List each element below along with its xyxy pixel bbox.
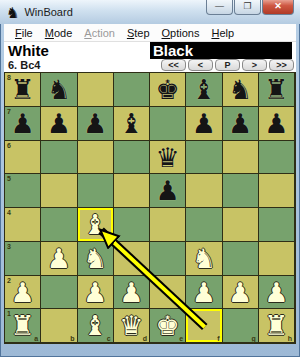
square-f6[interactable] — [186, 141, 222, 175]
file-label-h: h — [288, 335, 292, 342]
square-c6[interactable] — [78, 141, 114, 175]
square-a3[interactable]: 3 — [5, 242, 41, 276]
square-h7[interactable]: ♟ — [259, 107, 295, 141]
square-a8[interactable]: 8♜ — [5, 73, 41, 107]
square-a7[interactable]: 7♟ — [5, 107, 41, 141]
white-pawn-h2[interactable]: ♟ — [259, 276, 294, 309]
file-label-d: d — [143, 335, 147, 342]
square-h5[interactable] — [259, 174, 295, 208]
square-c5[interactable] — [78, 174, 114, 208]
square-f8[interactable]: ♝ — [186, 73, 222, 107]
square-b4[interactable] — [41, 208, 77, 242]
square-g3[interactable] — [223, 242, 259, 276]
square-d2[interactable]: ♟ — [114, 276, 150, 310]
square-d6[interactable] — [114, 141, 150, 175]
menu-item-options[interactable]: Options — [156, 25, 206, 41]
file-label-c: c — [107, 335, 111, 342]
square-f2[interactable]: ♟ — [186, 276, 222, 310]
rank-label-1: 1 — [7, 310, 11, 317]
white-pawn-c2[interactable]: ♟ — [78, 276, 113, 309]
square-e2[interactable] — [150, 276, 186, 310]
board-area: 8♜♞♚♝♞♜7♟♟♟♝♟♟♟6♛5♟4♝3♟♞♞2♟♟♟♟♟♟1a♜bc♝d♛… — [4, 72, 296, 344]
square-c2[interactable]: ♟ — [78, 276, 114, 310]
rank-label-5: 5 — [7, 175, 11, 182]
square-b3[interactable]: ♟ — [41, 242, 77, 276]
square-c4[interactable]: ♝ — [78, 208, 114, 242]
square-a2[interactable]: 2♟ — [5, 276, 41, 310]
white-pawn-d2[interactable]: ♟ — [114, 276, 149, 309]
file-label-f: f — [217, 335, 219, 342]
square-c3[interactable]: ♞ — [78, 242, 114, 276]
white-pawn-g2[interactable]: ♟ — [223, 276, 258, 309]
square-h8[interactable]: ♜ — [259, 73, 295, 107]
square-b6[interactable] — [41, 141, 77, 175]
chess-board: 8♜♞♚♝♞♜7♟♟♟♝♟♟♟6♛5♟4♝3♟♞♞2♟♟♟♟♟♟1a♜bc♝d♛… — [4, 72, 296, 344]
white-pawn-f2[interactable]: ♟ — [186, 276, 221, 309]
menu-item-file[interactable]: File — [9, 25, 39, 41]
knight-icon: ♞ — [6, 5, 19, 20]
square-d4[interactable] — [114, 208, 150, 242]
square-g2[interactable]: ♟ — [223, 276, 259, 310]
rank-label-7: 7 — [7, 108, 11, 115]
menu-item-help[interactable]: Help — [205, 25, 240, 41]
black-king-e8[interactable]: ♚ — [150, 73, 185, 106]
black-queen-e6[interactable]: ♛ — [150, 141, 185, 174]
square-b7[interactable]: ♟ — [41, 107, 77, 141]
square-h1[interactable]: h♜ — [259, 309, 295, 343]
square-f3[interactable]: ♞ — [186, 242, 222, 276]
move-message: 6. Bc4 — [8, 59, 40, 71]
square-f5[interactable] — [186, 174, 222, 208]
window-controls: — ❐ ✕ — [205, 0, 294, 15]
square-g1[interactable]: g — [223, 309, 259, 343]
nav-button-back[interactable]: < — [188, 59, 213, 71]
rank-label-4: 4 — [7, 209, 11, 216]
white-knight-f3[interactable]: ♞ — [186, 242, 221, 275]
square-f7[interactable]: ♟ — [186, 107, 222, 141]
square-d1[interactable]: d♛ — [114, 309, 150, 343]
nav-buttons: <<<P>>> — [161, 59, 294, 71]
square-d5[interactable] — [114, 174, 150, 208]
black-knight-b8[interactable]: ♞ — [41, 73, 76, 106]
black-bishop-f8[interactable]: ♝ — [186, 73, 221, 106]
white-pawn-b3[interactable]: ♟ — [41, 242, 76, 275]
white-knight-c3[interactable]: ♞ — [78, 242, 113, 275]
black-rook-h8[interactable]: ♜ — [259, 73, 294, 106]
menu-item-action: Action — [78, 25, 121, 41]
nav-button-fwd-all[interactable]: >> — [269, 59, 294, 71]
square-a4[interactable]: 4 — [5, 208, 41, 242]
square-a1[interactable]: 1a♜ — [5, 309, 41, 343]
square-e6[interactable]: ♛ — [150, 141, 186, 175]
square-e1[interactable]: e♚ — [150, 309, 186, 343]
square-b2[interactable] — [41, 276, 77, 310]
white-clock-label: White — [8, 42, 49, 59]
square-h3[interactable] — [259, 242, 295, 276]
rank-label-8: 8 — [7, 74, 11, 81]
square-f4[interactable] — [186, 208, 222, 242]
rank-label-6: 6 — [7, 142, 11, 149]
square-e7[interactable] — [150, 107, 186, 141]
black-bishop-d7[interactable]: ♝ — [114, 107, 149, 140]
black-pawn-c7[interactable]: ♟ — [78, 107, 113, 140]
file-label-b: b — [70, 335, 74, 342]
nav-button-pause[interactable]: P — [215, 59, 240, 71]
square-f1[interactable]: f — [186, 309, 222, 343]
square-a6[interactable]: 6 — [5, 141, 41, 175]
square-h2[interactable]: ♟ — [259, 276, 295, 310]
square-c7[interactable]: ♟ — [78, 107, 114, 141]
menu-item-step[interactable]: Step — [121, 25, 156, 41]
clock-row: White Black — [4, 42, 296, 59]
rank-label-2: 2 — [7, 277, 11, 284]
black-pawn-f7[interactable]: ♟ — [186, 107, 221, 140]
square-b1[interactable]: b — [41, 309, 77, 343]
file-label-e: e — [179, 335, 183, 342]
square-a5[interactable]: 5 — [5, 174, 41, 208]
minimize-button[interactable]: — — [206, 0, 233, 15]
menu-bar: FileModeActionStepOptionsHelp — [4, 24, 296, 42]
file-label-a: a — [34, 335, 38, 342]
window-title: WinBoard — [24, 6, 72, 18]
black-pawn-h7[interactable]: ♟ — [259, 107, 294, 140]
black-knight-g8[interactable]: ♞ — [223, 73, 258, 106]
square-e3[interactable] — [150, 242, 186, 276]
square-g4[interactable] — [223, 208, 259, 242]
square-d8[interactable] — [114, 73, 150, 107]
black-clock-label: Black — [150, 42, 292, 59]
square-g5[interactable] — [223, 174, 259, 208]
square-e4[interactable] — [150, 208, 186, 242]
menu-item-mode[interactable]: Mode — [39, 25, 79, 41]
square-g7[interactable]: ♟ — [223, 107, 259, 141]
square-b8[interactable]: ♞ — [41, 73, 77, 107]
square-g8[interactable]: ♞ — [223, 73, 259, 107]
square-d3[interactable] — [114, 242, 150, 276]
square-b5[interactable] — [41, 174, 77, 208]
square-h4[interactable] — [259, 208, 295, 242]
square-g6[interactable] — [223, 141, 259, 175]
nav-button-fwd[interactable]: > — [242, 59, 267, 71]
nav-button-back-all[interactable]: << — [161, 59, 186, 71]
white-bishop-c4[interactable]: ♝ — [78, 208, 113, 241]
square-c8[interactable] — [78, 73, 114, 107]
black-pawn-g7[interactable]: ♟ — [223, 107, 258, 140]
message-row: 6. Bc4 <<<P>>> — [4, 59, 296, 72]
black-pawn-b7[interactable]: ♟ — [41, 107, 76, 140]
winboard-window: ♞ WinBoard — ❐ ✕ FileModeActionStepOptio… — [0, 0, 300, 357]
content-panel: FileModeActionStepOptionsHelp White Blac… — [4, 24, 296, 344]
square-e8[interactable]: ♚ — [150, 73, 186, 107]
rank-label-3: 3 — [7, 243, 11, 250]
square-c1[interactable]: c♝ — [78, 309, 114, 343]
file-label-g: g — [251, 335, 255, 342]
close-button[interactable]: ✕ — [262, 0, 294, 15]
square-h6[interactable] — [259, 141, 295, 175]
square-e5[interactable]: ♟ — [150, 174, 186, 208]
black-pawn-e5[interactable]: ♟ — [150, 174, 185, 207]
square-d7[interactable]: ♝ — [114, 107, 150, 141]
maximize-button[interactable]: ❐ — [234, 0, 261, 15]
